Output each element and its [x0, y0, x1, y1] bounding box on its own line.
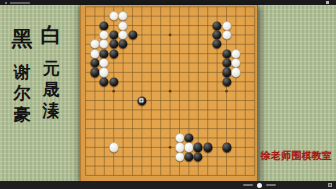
color-toggle-knob[interactable] — [257, 183, 262, 188]
player-name-char: 尔 — [14, 83, 31, 104]
table-mat: 黑谢尔豪 白元晟溱 徐老师围棋教室 — [0, 5, 336, 181]
control-label-left — [243, 184, 253, 187]
black-player-label: 黑谢尔豪 — [9, 27, 35, 125]
player-name-char: 谢 — [14, 62, 31, 83]
window-controls-icon[interactable] — [326, 1, 329, 4]
app-logo-icon — [5, 2, 7, 4]
playback-controls — [243, 181, 276, 189]
window-title — [10, 2, 30, 4]
player-color-char: 白 — [41, 23, 62, 47]
player-name-char: 豪 — [14, 104, 31, 125]
go-board[interactable] — [80, 5, 258, 181]
player-control-bar — [0, 181, 336, 189]
white-player-label: 白元晟溱 — [38, 23, 64, 121]
settings-icon[interactable] — [328, 183, 332, 187]
player-name-char: 元 — [43, 58, 60, 79]
last-move-marker — [140, 99, 144, 103]
player-color-char: 黑 — [12, 27, 33, 51]
classroom-watermark: 徐老师围棋教室 — [261, 149, 332, 163]
control-label-right — [266, 184, 276, 187]
player-name-char: 晟 — [43, 79, 60, 100]
app-window: 黑谢尔豪 白元晟溱 徐老师围棋教室 — [0, 0, 336, 189]
player-name-char: 溱 — [43, 100, 60, 121]
